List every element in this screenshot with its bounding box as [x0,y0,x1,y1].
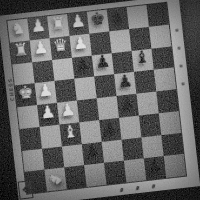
square-f3[interactable] [119,115,141,139]
square-h5[interactable] [154,68,176,92]
frame-coordinate-marks-right [175,28,184,85]
square-e5[interactable] [94,74,116,98]
square-g3[interactable] [139,113,161,137]
white-pawn[interactable]: ♟ [32,39,49,58]
frame-mark [179,64,182,67]
square-b1[interactable]: ♞ [44,168,66,192]
square-g6[interactable]: ♝ [131,48,153,72]
square-c7[interactable]: ♛ [50,36,72,60]
square-d6[interactable]: ♟ [72,55,94,79]
square-g5[interactable] [134,70,156,94]
square-e6[interactable]: ♟ [92,53,114,77]
square-a4[interactable] [17,105,39,129]
black-pawn[interactable]: ♟ [84,142,101,161]
square-h2[interactable] [161,132,183,156]
frame-coordinate-marks-bottom [120,184,155,192]
square-f1[interactable] [124,159,146,183]
frame-mark [177,46,180,49]
square-h6[interactable] [151,46,173,70]
white-pawn[interactable]: ♟ [69,12,86,31]
square-b7[interactable]: ♟ [30,38,52,62]
frame-mark [175,28,178,31]
white-pawn[interactable]: ♟ [30,17,47,36]
square-f2[interactable] [121,137,143,161]
square-g4[interactable] [136,91,158,115]
black-pawn[interactable]: ♟ [146,157,163,176]
square-b3[interactable] [40,124,62,148]
black-pawn[interactable]: ♟ [74,56,91,75]
square-c3[interactable]: ♝ [59,122,81,146]
square-d1[interactable] [84,163,106,187]
square-c6[interactable] [52,57,74,81]
knot-emblem-icon: ❖ [18,180,34,199]
white-pawn[interactable]: ♟ [59,101,76,120]
square-g1[interactable]: ♟ [144,156,166,180]
black-bishop[interactable]: ♝ [134,49,151,68]
square-d5[interactable] [74,77,96,101]
white-pawn[interactable]: ♟ [37,82,54,101]
black-pawn[interactable]: ♟ [116,73,133,92]
square-e8[interactable]: ♚ [87,10,109,34]
square-f4[interactable]: ♟ [117,94,139,118]
photo-scene: CHESS ❖ ♞♟♜♟♚♞♜♟♛♟♟♟♝♚♟♟♟♟♟♝♟♟♞♟ [0,0,200,200]
square-h7[interactable] [149,24,171,48]
square-d4[interactable] [77,98,99,122]
frame-mark [120,188,124,192]
square-e2[interactable] [102,139,124,163]
frame-mark [181,82,184,85]
square-h1[interactable] [164,154,186,178]
black-pawn[interactable]: ♟ [102,118,119,137]
black-pawn[interactable]: ♟ [119,94,136,113]
square-a3[interactable] [20,127,42,151]
square-b4[interactable]: ♟ [37,103,59,127]
frame-mark [136,186,140,190]
white-king[interactable]: ♚ [17,84,34,103]
black-knight[interactable]: ♞ [109,8,126,27]
square-c2[interactable] [62,144,84,168]
white-pawn[interactable]: ♟ [39,103,56,122]
square-a2[interactable] [22,148,44,172]
black-king[interactable]: ♚ [89,10,106,29]
square-a7[interactable]: ♜ [10,40,32,64]
square-a5[interactable]: ♚ [15,83,37,107]
square-c1[interactable] [64,165,86,189]
square-d2[interactable]: ♟ [82,141,104,165]
white-pawn[interactable]: ♟ [72,34,89,53]
chessboard-grid: ♞♟♜♟♚♞♜♟♛♟♟♟♝♚♟♟♟♟♟♝♟♟♞♟ [7,3,186,194]
square-e3[interactable]: ♟ [99,118,121,142]
white-rook[interactable]: ♜ [12,41,29,60]
square-h8[interactable] [146,3,168,27]
square-f7[interactable] [109,29,131,53]
square-g8[interactable] [127,5,149,29]
square-h4[interactable] [156,89,178,113]
square-f8[interactable]: ♞ [107,7,129,31]
square-h3[interactable] [159,111,181,135]
white-bishop[interactable]: ♝ [62,123,79,142]
white-knight[interactable]: ♞ [10,19,27,38]
white-queen[interactable]: ♛ [52,36,69,55]
black-pawn[interactable]: ♟ [94,53,111,72]
frame-mark [152,184,156,188]
board-frame: CHESS ❖ ♞♟♜♟♚♞♜♟♛♟♟♟♝♚♟♟♟♟♟♝♟♟♞♟ [0,0,200,200]
chessboard: CHESS ❖ ♞♟♜♟♚♞♜♟♛♟♟♟♝♚♟♟♟♟♟♝♟♟♞♟ [0,0,200,200]
square-e1[interactable] [104,161,126,185]
white-knight[interactable]: ♞ [44,167,67,190]
white-rook[interactable]: ♜ [49,15,66,34]
